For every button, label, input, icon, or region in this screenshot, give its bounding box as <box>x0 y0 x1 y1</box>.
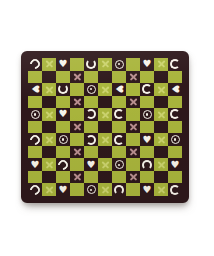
board-square <box>154 146 168 159</box>
x-stitch-icon <box>73 122 82 131</box>
board-square <box>126 108 140 121</box>
horseshoe-icon <box>86 135 96 145</box>
board-square <box>126 133 140 146</box>
board-square <box>28 146 42 159</box>
board-square: ♥ <box>56 183 70 196</box>
ring-dot-icon <box>87 85 96 94</box>
x-stitch-icon <box>157 60 166 69</box>
x-stitch-icon <box>101 110 110 119</box>
board-square <box>42 171 56 184</box>
board-square <box>56 71 70 84</box>
board-square <box>140 158 154 171</box>
x-stitch-icon <box>129 148 138 157</box>
board-square <box>140 171 154 184</box>
x-stitch-icon <box>101 135 110 144</box>
ring-dot-icon <box>171 135 180 144</box>
x-stitch-icon <box>129 97 138 106</box>
board-square <box>154 71 168 84</box>
board-square <box>154 133 168 146</box>
horseshoe-icon <box>142 160 152 170</box>
heart-icon: ♥ <box>87 160 96 170</box>
board-square <box>154 83 168 96</box>
board-square <box>98 146 112 159</box>
board-square <box>168 146 182 159</box>
board-square <box>140 83 154 96</box>
board-square <box>56 158 70 171</box>
ring-dot-icon <box>115 60 124 69</box>
board-square <box>140 146 154 159</box>
board-square <box>28 71 42 84</box>
board-square <box>126 96 140 109</box>
board-square <box>28 58 42 71</box>
board-square <box>84 171 98 184</box>
board-square <box>168 133 182 146</box>
horseshoe-icon <box>170 59 180 69</box>
board-square <box>56 121 70 134</box>
board-square: ♥ <box>56 58 70 71</box>
horseshoe-icon <box>28 57 42 71</box>
horseshoe-icon <box>28 183 42 197</box>
x-stitch-icon <box>73 148 82 157</box>
board-square <box>112 158 126 171</box>
board-square <box>112 171 126 184</box>
board-square <box>112 133 126 146</box>
heart-icon: ♥ <box>171 160 180 170</box>
horseshoe-icon <box>114 185 124 195</box>
board-square <box>42 133 56 146</box>
board-square <box>98 121 112 134</box>
board-square <box>168 58 182 71</box>
ring-dot-icon <box>143 110 152 119</box>
board-square <box>70 133 84 146</box>
horseshoe-icon <box>86 109 96 119</box>
horseshoe-icon <box>86 59 96 69</box>
board-square: ♥ <box>28 158 42 171</box>
board-square: ♥ <box>140 58 154 71</box>
board-square <box>154 108 168 121</box>
board-square <box>70 183 84 196</box>
board-square <box>42 183 56 196</box>
board-square: ♥ <box>28 83 42 96</box>
board-square <box>98 96 112 109</box>
x-stitch-icon <box>73 97 82 106</box>
board-square <box>126 71 140 84</box>
board-square <box>56 171 70 184</box>
board-square <box>42 158 56 171</box>
board-square <box>126 121 140 134</box>
board-square <box>28 96 42 109</box>
board-square <box>140 71 154 84</box>
board-square <box>168 71 182 84</box>
x-stitch-icon <box>45 185 54 194</box>
board-square <box>42 83 56 96</box>
board-square <box>154 183 168 196</box>
board-square <box>42 58 56 71</box>
ring-dot-icon <box>59 135 68 144</box>
board-square <box>70 108 84 121</box>
x-stitch-icon <box>129 122 138 131</box>
product-photo-background: ♥♥♥♥♥♥♥♥♥♥♥♥ <box>0 0 214 256</box>
x-stitch-icon <box>45 60 54 69</box>
x-stitch-icon <box>101 60 110 69</box>
heart-icon: ♥ <box>114 85 124 94</box>
board-square <box>70 121 84 134</box>
board-square <box>140 108 154 121</box>
board-square <box>56 96 70 109</box>
x-stitch-icon <box>101 185 110 194</box>
board-square <box>126 171 140 184</box>
x-stitch-icon <box>129 72 138 81</box>
board-square <box>126 158 140 171</box>
board-square <box>98 158 112 171</box>
board-square <box>112 71 126 84</box>
horseshoe-icon <box>114 109 124 119</box>
board-square <box>28 133 42 146</box>
game-board: ♥♥♥♥♥♥♥♥♥♥♥♥ <box>21 51 189 203</box>
x-stitch-icon <box>101 85 110 94</box>
board-square <box>84 83 98 96</box>
board-square <box>112 108 126 121</box>
board-square <box>98 83 112 96</box>
x-stitch-icon <box>45 160 54 169</box>
horseshoe-icon <box>56 158 70 172</box>
ring-dot-icon <box>115 160 124 169</box>
board-square: ♥ <box>112 83 126 96</box>
heart-icon: ♥ <box>170 85 180 94</box>
x-stitch-icon <box>45 85 54 94</box>
board-square: ♥ <box>168 83 182 96</box>
board-square <box>42 146 56 159</box>
board-square: ♥ <box>56 108 70 121</box>
heart-icon: ♥ <box>59 59 68 69</box>
board-square <box>84 108 98 121</box>
heart-icon: ♥ <box>30 85 40 94</box>
board-square <box>126 83 140 96</box>
board-square <box>84 96 98 109</box>
board-square <box>56 83 70 96</box>
board-square <box>112 183 126 196</box>
board-square <box>70 146 84 159</box>
board-square <box>42 108 56 121</box>
board-square <box>154 96 168 109</box>
board-square <box>112 146 126 159</box>
board-square <box>84 121 98 134</box>
board-square <box>140 96 154 109</box>
x-stitch-icon <box>157 85 166 94</box>
board-square <box>112 96 126 109</box>
x-stitch-icon <box>45 110 54 119</box>
horseshoe-icon <box>58 84 68 94</box>
heart-icon: ♥ <box>143 59 152 69</box>
x-stitch-icon <box>101 160 110 169</box>
board-square <box>126 183 140 196</box>
board-square <box>56 146 70 159</box>
x-stitch-icon <box>157 160 166 169</box>
board-square <box>28 108 42 121</box>
board-square <box>168 183 182 196</box>
board-square <box>112 58 126 71</box>
board-square <box>154 158 168 171</box>
board-square <box>98 171 112 184</box>
board-square <box>84 183 98 196</box>
board-square: ♥ <box>140 133 154 146</box>
board-square <box>28 121 42 134</box>
x-stitch-icon <box>45 135 54 144</box>
board-square: ♥ <box>168 158 182 171</box>
board-square <box>98 133 112 146</box>
board-square <box>140 121 154 134</box>
board-square <box>28 171 42 184</box>
board-square <box>56 133 70 146</box>
board-square <box>84 71 98 84</box>
board-square <box>98 108 112 121</box>
board-square <box>168 171 182 184</box>
board-square <box>98 58 112 71</box>
heart-icon: ♥ <box>143 135 152 145</box>
horseshoe-icon <box>170 185 180 195</box>
ring-dot-icon <box>87 185 96 194</box>
board-square <box>84 58 98 71</box>
game-board-grid: ♥♥♥♥♥♥♥♥♥♥♥♥ <box>28 58 182 196</box>
board-square <box>126 58 140 71</box>
board-square <box>168 121 182 134</box>
board-square <box>70 96 84 109</box>
board-square <box>42 121 56 134</box>
x-stitch-icon <box>157 185 166 194</box>
x-stitch-icon <box>73 72 82 81</box>
board-square <box>168 108 182 121</box>
board-square <box>70 83 84 96</box>
board-square <box>126 146 140 159</box>
ring-dot-icon <box>31 110 40 119</box>
board-square <box>70 158 84 171</box>
board-square <box>42 96 56 109</box>
board-square <box>98 71 112 84</box>
board-square <box>154 58 168 71</box>
board-square <box>70 171 84 184</box>
heart-icon: ♥ <box>59 185 68 195</box>
board-square <box>168 96 182 109</box>
board-square <box>112 121 126 134</box>
heart-icon: ♥ <box>31 160 40 170</box>
horseshoe-icon <box>114 135 124 145</box>
heart-icon: ♥ <box>143 185 152 195</box>
horseshoe-icon <box>170 109 180 119</box>
board-square <box>84 146 98 159</box>
board-square <box>70 71 84 84</box>
board-square <box>154 121 168 134</box>
x-stitch-icon <box>73 173 82 182</box>
horseshoe-icon <box>142 84 152 94</box>
horseshoe-icon <box>28 132 42 146</box>
board-square: ♥ <box>84 158 98 171</box>
board-square: ♥ <box>140 183 154 196</box>
board-square <box>42 71 56 84</box>
board-square <box>70 58 84 71</box>
x-stitch-icon <box>157 135 166 144</box>
x-stitch-icon <box>129 173 138 182</box>
x-stitch-icon <box>157 110 166 119</box>
board-square <box>98 183 112 196</box>
heart-icon: ♥ <box>59 109 68 119</box>
board-square <box>28 183 42 196</box>
board-square <box>84 133 98 146</box>
board-square <box>154 171 168 184</box>
